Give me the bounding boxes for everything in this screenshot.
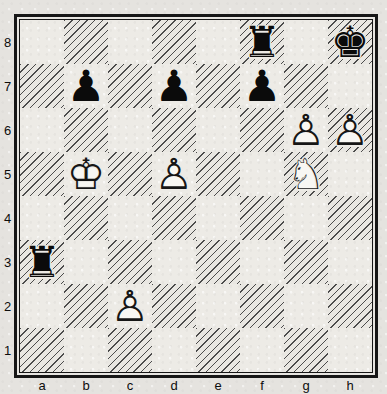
- square-a5: [20, 152, 64, 196]
- white-pawn-icon: ♟♙: [328, 108, 372, 152]
- white-king-icon: ♚♔: [64, 152, 108, 196]
- rank-labels: 87654321: [0, 20, 15, 372]
- black-rook-icon: ♜: [20, 240, 64, 284]
- square-a1: [20, 328, 64, 372]
- square-b6: [64, 108, 108, 152]
- square-g8: [284, 20, 328, 64]
- square-f7: ♟: [240, 64, 284, 108]
- square-c1: [108, 328, 152, 372]
- square-b4: [64, 196, 108, 240]
- square-b3: [64, 240, 108, 284]
- file-label-g: g: [284, 377, 328, 394]
- square-b1: [64, 328, 108, 372]
- square-d6: [152, 108, 196, 152]
- square-a6: [20, 108, 64, 152]
- square-d4: [152, 196, 196, 240]
- square-e7: [196, 64, 240, 108]
- square-g5: ♞♘: [284, 152, 328, 196]
- file-label-c: c: [108, 377, 152, 394]
- black-pawn-icon: ♟: [64, 64, 108, 108]
- square-c4: [108, 196, 152, 240]
- square-d1: [152, 328, 196, 372]
- rank-label-4: 4: [0, 196, 15, 240]
- square-h5: [328, 152, 372, 196]
- square-h1: [328, 328, 372, 372]
- square-e8: [196, 20, 240, 64]
- square-d2: [152, 284, 196, 328]
- rank-label-7: 7: [0, 64, 15, 108]
- square-e4: [196, 196, 240, 240]
- square-h6: ♟♙: [328, 108, 372, 152]
- file-label-a: a: [20, 377, 64, 394]
- square-a4: [20, 196, 64, 240]
- rank-label-6: 6: [0, 108, 15, 152]
- square-d3: [152, 240, 196, 284]
- square-g4: [284, 196, 328, 240]
- square-a8: [20, 20, 64, 64]
- square-f5: [240, 152, 284, 196]
- square-a3: ♜: [20, 240, 64, 284]
- square-h8: ♚: [328, 20, 372, 64]
- file-label-e: e: [196, 377, 240, 394]
- rank-label-8: 8: [0, 20, 15, 64]
- board-inner-frame: ♜♚♟♟♟♟♙♟♙♚♔♟♙♞♘♜♟♙: [19, 19, 373, 373]
- square-d7: ♟: [152, 64, 196, 108]
- rank-label-2: 2: [0, 284, 15, 328]
- white-pawn-icon: ♟♙: [152, 152, 196, 196]
- square-d8: [152, 20, 196, 64]
- square-f2: [240, 284, 284, 328]
- file-label-f: f: [240, 377, 284, 394]
- square-g1: [284, 328, 328, 372]
- square-c2: ♟♙: [108, 284, 152, 328]
- square-h7: [328, 64, 372, 108]
- square-h3: [328, 240, 372, 284]
- black-pawn-icon: ♟: [152, 64, 196, 108]
- square-c8: [108, 20, 152, 64]
- file-labels: abcdefgh: [20, 377, 372, 394]
- square-h4: [328, 196, 372, 240]
- square-g3: [284, 240, 328, 284]
- file-label-d: d: [152, 377, 196, 394]
- square-b2: [64, 284, 108, 328]
- rank-label-5: 5: [0, 152, 15, 196]
- square-f4: [240, 196, 284, 240]
- square-f3: [240, 240, 284, 284]
- square-f8: ♜: [240, 20, 284, 64]
- square-b8: [64, 20, 108, 64]
- square-e1: [196, 328, 240, 372]
- square-d5: ♟♙: [152, 152, 196, 196]
- white-knight-icon: ♞♘: [284, 152, 328, 196]
- square-g2: [284, 284, 328, 328]
- square-c6: [108, 108, 152, 152]
- rank-label-1: 1: [0, 328, 15, 372]
- rank-label-3: 3: [0, 240, 15, 284]
- square-a2: [20, 284, 64, 328]
- white-pawn-icon: ♟♙: [284, 108, 328, 152]
- chess-diagram: 87654321 ♜♚♟♟♟♟♙♟♙♚♔♟♙♞♘♜♟♙ abcdefgh: [0, 0, 387, 394]
- square-e3: [196, 240, 240, 284]
- black-rook-icon: ♜: [240, 20, 284, 64]
- board-grid: ♜♚♟♟♟♟♙♟♙♚♔♟♙♞♘♜♟♙: [20, 20, 372, 372]
- square-g6: ♟♙: [284, 108, 328, 152]
- board-frame: ♜♚♟♟♟♟♙♟♙♚♔♟♙♞♘♜♟♙: [14, 14, 378, 378]
- square-b5: ♚♔: [64, 152, 108, 196]
- square-e2: [196, 284, 240, 328]
- square-c3: [108, 240, 152, 284]
- black-king-icon: ♚: [328, 20, 372, 64]
- square-b7: ♟: [64, 64, 108, 108]
- white-pawn-icon: ♟♙: [108, 284, 152, 328]
- square-e5: [196, 152, 240, 196]
- square-g7: [284, 64, 328, 108]
- square-c5: [108, 152, 152, 196]
- square-e6: [196, 108, 240, 152]
- square-f1: [240, 328, 284, 372]
- file-label-b: b: [64, 377, 108, 394]
- square-h2: [328, 284, 372, 328]
- file-label-h: h: [328, 377, 372, 394]
- square-f6: [240, 108, 284, 152]
- square-a7: [20, 64, 64, 108]
- square-c7: [108, 64, 152, 108]
- black-pawn-icon: ♟: [240, 64, 284, 108]
